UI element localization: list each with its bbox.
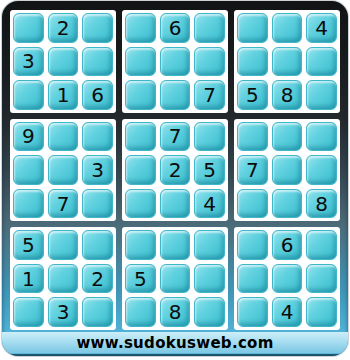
cell-r3c6[interactable]: 7 xyxy=(194,80,225,110)
cell-r2c7[interactable] xyxy=(237,47,268,77)
box-2-3: 78 xyxy=(234,119,340,222)
box-3-3: 64 xyxy=(234,227,340,330)
cell-r4c8[interactable] xyxy=(272,122,303,152)
cell-r8c8[interactable] xyxy=(272,264,303,294)
cell-r8c9[interactable] xyxy=(306,264,337,294)
cell-r5c6[interactable]: 5 xyxy=(194,155,225,185)
cell-r4c9[interactable] xyxy=(306,122,337,152)
cell-r6c9[interactable]: 8 xyxy=(306,189,337,219)
cell-r8c5[interactable] xyxy=(160,264,191,294)
cell-r6c3[interactable] xyxy=(82,189,113,219)
cell-r1c2[interactable]: 2 xyxy=(48,13,79,43)
cell-r2c8[interactable] xyxy=(272,47,303,77)
cell-r5c4[interactable] xyxy=(125,155,156,185)
cell-r9c6[interactable] xyxy=(194,297,225,327)
cell-r4c5[interactable]: 7 xyxy=(160,122,191,152)
cell-r8c3[interactable]: 2 xyxy=(82,264,113,294)
cell-r1c1[interactable] xyxy=(13,13,44,43)
cell-r9c2[interactable]: 3 xyxy=(48,297,79,327)
cell-r3c2[interactable]: 1 xyxy=(48,80,79,110)
box-1-2: 67 xyxy=(122,10,228,113)
cell-r7c7[interactable] xyxy=(237,230,268,260)
box-3-1: 5123 xyxy=(10,227,116,330)
box-1-3: 458 xyxy=(234,10,340,113)
cell-r2c1[interactable]: 3 xyxy=(13,47,44,77)
cell-r6c4[interactable] xyxy=(125,189,156,219)
cell-r6c5[interactable] xyxy=(160,189,191,219)
cell-r6c2[interactable]: 7 xyxy=(48,189,79,219)
cell-r8c1[interactable]: 1 xyxy=(13,264,44,294)
footer-band: www.sudokusweb.com xyxy=(2,332,348,354)
cell-r4c2[interactable] xyxy=(48,122,79,152)
cell-r7c9[interactable] xyxy=(306,230,337,260)
cell-r1c4[interactable] xyxy=(125,13,156,43)
box-3-2: 58 xyxy=(122,227,228,330)
cell-r9c8[interactable]: 4 xyxy=(272,297,303,327)
cell-r8c6[interactable] xyxy=(194,264,225,294)
cell-r8c7[interactable] xyxy=(237,264,268,294)
cell-r2c5[interactable] xyxy=(160,47,191,77)
cell-r1c6[interactable] xyxy=(194,13,225,43)
cell-r8c2[interactable] xyxy=(48,264,79,294)
cell-r5c1[interactable] xyxy=(13,155,44,185)
cell-r7c4[interactable] xyxy=(125,230,156,260)
cell-r2c2[interactable] xyxy=(48,47,79,77)
cell-r7c1[interactable]: 5 xyxy=(13,230,44,260)
cell-r7c2[interactable] xyxy=(48,230,79,260)
sudoku-widget: 23166745893772547851235864 www.sudokuswe… xyxy=(2,1,348,356)
cell-r3c7[interactable]: 5 xyxy=(237,80,268,110)
cell-r9c4[interactable] xyxy=(125,297,156,327)
cell-r1c5[interactable]: 6 xyxy=(160,13,191,43)
cell-r4c7[interactable] xyxy=(237,122,268,152)
cell-r4c6[interactable] xyxy=(194,122,225,152)
cell-r5c8[interactable] xyxy=(272,155,303,185)
cell-r5c3[interactable]: 3 xyxy=(82,155,113,185)
cell-r7c8[interactable]: 6 xyxy=(272,230,303,260)
cell-r3c3[interactable]: 6 xyxy=(82,80,113,110)
cell-r3c8[interactable]: 8 xyxy=(272,80,303,110)
cell-r5c7[interactable]: 7 xyxy=(237,155,268,185)
cell-r2c3[interactable] xyxy=(82,47,113,77)
sudoku-board: 23166745893772547851235864 xyxy=(10,10,340,330)
cell-r6c1[interactable] xyxy=(13,189,44,219)
cell-r6c8[interactable] xyxy=(272,189,303,219)
cell-r6c6[interactable]: 4 xyxy=(194,189,225,219)
cell-r1c9[interactable]: 4 xyxy=(306,13,337,43)
cell-r7c5[interactable] xyxy=(160,230,191,260)
cell-r3c1[interactable] xyxy=(13,80,44,110)
cell-r1c7[interactable] xyxy=(237,13,268,43)
site-link[interactable]: www.sudokusweb.com xyxy=(76,334,273,352)
cell-r2c4[interactable] xyxy=(125,47,156,77)
cell-r1c3[interactable] xyxy=(82,13,113,43)
cell-r4c3[interactable] xyxy=(82,122,113,152)
cell-r4c1[interactable]: 9 xyxy=(13,122,44,152)
cell-r3c9[interactable] xyxy=(306,80,337,110)
cell-r2c6[interactable] xyxy=(194,47,225,77)
cell-r7c3[interactable] xyxy=(82,230,113,260)
cell-r4c4[interactable] xyxy=(125,122,156,152)
cell-r2c9[interactable] xyxy=(306,47,337,77)
cell-r3c5[interactable] xyxy=(160,80,191,110)
cell-r8c4[interactable]: 5 xyxy=(125,264,156,294)
cell-r9c5[interactable]: 8 xyxy=(160,297,191,327)
cell-r9c3[interactable] xyxy=(82,297,113,327)
cell-r3c4[interactable] xyxy=(125,80,156,110)
cell-r5c5[interactable]: 2 xyxy=(160,155,191,185)
cell-r5c9[interactable] xyxy=(306,155,337,185)
cell-r9c9[interactable] xyxy=(306,297,337,327)
box-2-2: 7254 xyxy=(122,119,228,222)
box-1-1: 2316 xyxy=(10,10,116,113)
box-2-1: 937 xyxy=(10,119,116,222)
cell-r6c7[interactable] xyxy=(237,189,268,219)
cell-r9c7[interactable] xyxy=(237,297,268,327)
cell-r7c6[interactable] xyxy=(194,230,225,260)
cell-r5c2[interactable] xyxy=(48,155,79,185)
cell-r1c8[interactable] xyxy=(272,13,303,43)
cell-r9c1[interactable] xyxy=(13,297,44,327)
